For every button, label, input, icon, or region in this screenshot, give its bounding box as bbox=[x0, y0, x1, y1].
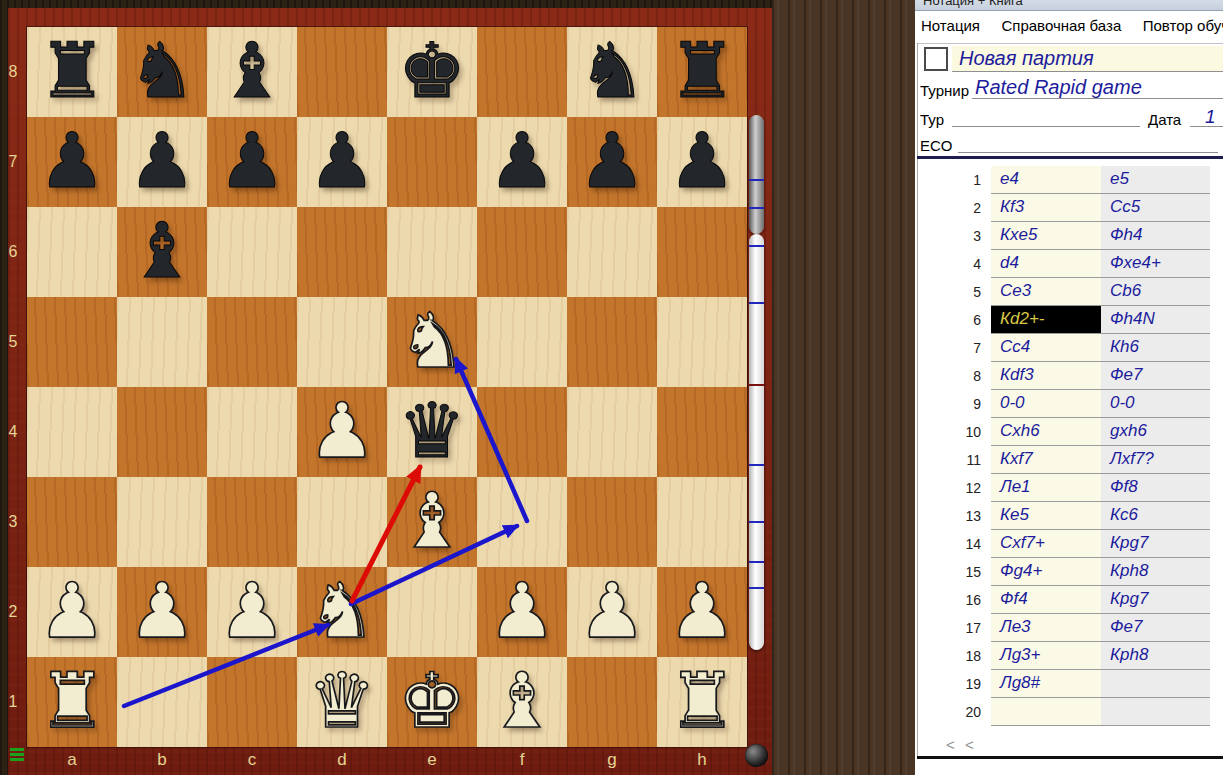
white-queen-d1[interactable]: ♛ bbox=[297, 657, 387, 747]
square-g1[interactable] bbox=[567, 657, 657, 747]
file-label-f: f bbox=[477, 748, 567, 772]
move-number: 2 bbox=[915, 194, 991, 222]
white-rook-a1[interactable]: ♜ bbox=[27, 657, 117, 747]
white-pawn-c2[interactable]: ♟ bbox=[207, 567, 297, 657]
square-f2[interactable]: ♟ bbox=[477, 567, 567, 657]
black-move-3[interactable]: Фh4 bbox=[1101, 222, 1210, 250]
square-f3[interactable] bbox=[477, 477, 567, 567]
black-pawn-b7[interactable]: ♟ bbox=[117, 117, 207, 207]
slider-tick bbox=[749, 245, 764, 247]
pane-caption[interactable]: Нотация + Книга bbox=[915, 0, 1223, 11]
square-f6[interactable] bbox=[477, 207, 567, 297]
white-move-14[interactable]: Сxf7+ bbox=[991, 530, 1101, 558]
square-b8[interactable]: ♞ bbox=[117, 27, 207, 117]
rank-label-5: 5 bbox=[0, 297, 26, 387]
round-underline[interactable] bbox=[952, 126, 1140, 127]
white-move-16[interactable]: Фf4 bbox=[991, 586, 1101, 614]
move-row-19: 19Лg8# bbox=[915, 670, 1223, 698]
move-number: 14 bbox=[915, 530, 991, 558]
header-divider bbox=[917, 156, 1223, 159]
black-move-2[interactable]: Сc5 bbox=[1101, 194, 1210, 222]
move-number: 20 bbox=[915, 698, 991, 726]
white-pawn-d4[interactable]: ♟ bbox=[297, 387, 387, 477]
white-move-7[interactable]: Сc4 bbox=[991, 334, 1101, 362]
move-row-14: 14Сxf7+Крg7 bbox=[915, 530, 1223, 558]
new-game-label: Новая партия bbox=[959, 47, 1094, 70]
black-bishop-c8[interactable]: ♝ bbox=[207, 27, 297, 117]
square-c6[interactable] bbox=[207, 207, 297, 297]
slider-tick bbox=[749, 561, 764, 563]
white-knight-d2[interactable]: ♞ bbox=[297, 567, 387, 657]
eco-label: ECO bbox=[920, 137, 953, 154]
square-g8[interactable]: ♞ bbox=[567, 27, 657, 117]
square-f7[interactable]: ♟ bbox=[477, 117, 567, 207]
square-a7[interactable]: ♟ bbox=[27, 117, 117, 207]
tab-notation[interactable]: Нотация bbox=[921, 17, 980, 34]
black-rook-a8[interactable]: ♜ bbox=[27, 27, 117, 117]
square-a5[interactable] bbox=[27, 297, 117, 387]
black-move-8[interactable]: Фe7 bbox=[1101, 362, 1210, 390]
square-d1[interactable]: ♛ bbox=[297, 657, 387, 747]
panel-bottom-divider bbox=[917, 756, 1223, 759]
slider-tick-current bbox=[749, 384, 764, 386]
white-move-15[interactable]: Фg4+ bbox=[991, 558, 1101, 586]
square-e8[interactable]: ♚ bbox=[387, 27, 477, 117]
tournament-underline bbox=[972, 98, 1223, 99]
slider-tick bbox=[749, 521, 764, 523]
black-move-19[interactable] bbox=[1101, 670, 1210, 698]
black-bishop-b6[interactable]: ♝ bbox=[117, 207, 207, 297]
black-queen-e4[interactable]: ♛ bbox=[387, 387, 477, 477]
move-row-8: 8Кdf3Фe7 bbox=[915, 362, 1223, 390]
square-d3[interactable] bbox=[297, 477, 387, 567]
white-pawn-h2[interactable]: ♟ bbox=[657, 567, 747, 657]
rank-label-6: 6 bbox=[0, 207, 26, 297]
white-move-19[interactable]: Лg8# bbox=[991, 670, 1101, 698]
file-label-b: b bbox=[117, 748, 207, 772]
chess-board[interactable]: ♜♞♝♚♞♜♟♟♟♟♟♟♟♝♞♟♛♝♟♟♟♞♟♟♟♜♛♚♝♜ bbox=[27, 27, 747, 747]
white-move-8[interactable]: Кdf3 bbox=[991, 362, 1101, 390]
square-e6[interactable] bbox=[387, 207, 477, 297]
square-e7[interactable] bbox=[387, 117, 477, 207]
move-row-9: 90-00-0 bbox=[915, 390, 1223, 418]
black-move-4[interactable]: Фxe4+ bbox=[1101, 250, 1210, 278]
square-b1[interactable] bbox=[117, 657, 207, 747]
move-number: 1 bbox=[915, 166, 991, 194]
move-number: 8 bbox=[915, 362, 991, 390]
slider-tick bbox=[749, 587, 764, 589]
move-row-11: 11Кxf7Лxf7? bbox=[915, 446, 1223, 474]
square-h7[interactable]: ♟ bbox=[657, 117, 747, 207]
board-menu-icon[interactable] bbox=[10, 748, 24, 762]
rank-label-2: 2 bbox=[0, 567, 26, 657]
move-number: 18 bbox=[915, 642, 991, 670]
tab-underline bbox=[917, 43, 1223, 44]
move-number: 13 bbox=[915, 502, 991, 530]
square-h6[interactable] bbox=[657, 207, 747, 297]
round-label: Тур bbox=[920, 111, 944, 128]
move-row-1: 1e4e5 bbox=[915, 166, 1223, 194]
white-move-6[interactable]: Кd2+- bbox=[991, 306, 1101, 334]
move-row-3: 3Кxe5Фh4 bbox=[915, 222, 1223, 250]
slider-tick bbox=[749, 464, 764, 466]
rank-label-1: 1 bbox=[0, 657, 26, 747]
square-c2[interactable]: ♟ bbox=[207, 567, 297, 657]
move-row-15: 15Фg4+Крh8 bbox=[915, 558, 1223, 586]
square-e3[interactable]: ♝ bbox=[387, 477, 477, 567]
file-label-e: e bbox=[387, 748, 477, 772]
black-move-1[interactable]: e5 bbox=[1101, 166, 1210, 194]
black-move-12[interactable]: Фf8 bbox=[1101, 474, 1210, 502]
black-move-20[interactable] bbox=[1101, 698, 1210, 726]
move-number: 19 bbox=[915, 670, 991, 698]
move-number: 12 bbox=[915, 474, 991, 502]
white-pawn-g2[interactable]: ♟ bbox=[567, 567, 657, 657]
white-move-1[interactable]: e4 bbox=[991, 166, 1101, 194]
chess-board-widget: ♜♞♝♚♞♜♟♟♟♟♟♟♟♝♞♟♛♝♟♟♟♞♟♟♟♜♛♚♝♜ 87654321 … bbox=[0, 0, 772, 775]
white-move-12[interactable]: Ле1 bbox=[991, 474, 1101, 502]
square-f5[interactable] bbox=[477, 297, 567, 387]
square-e1[interactable]: ♚ bbox=[387, 657, 477, 747]
game-slider-thumb[interactable] bbox=[749, 115, 764, 234]
black-pawn-h7[interactable]: ♟ bbox=[657, 117, 747, 207]
black-move-15[interactable]: Крh8 bbox=[1101, 558, 1210, 586]
black-move-13[interactable]: Кc6 bbox=[1101, 502, 1210, 530]
move-row-18: 18Лg3+Крh8 bbox=[915, 642, 1223, 670]
square-f4[interactable] bbox=[477, 387, 567, 477]
move-number: 3 bbox=[915, 222, 991, 250]
black-move-5[interactable]: Сb6 bbox=[1101, 278, 1210, 306]
square-c5[interactable] bbox=[207, 297, 297, 387]
move-number: 6 bbox=[915, 306, 991, 334]
black-move-10[interactable]: gxh6 bbox=[1101, 418, 1210, 446]
black-rook-h8[interactable]: ♜ bbox=[657, 27, 747, 117]
white-bishop-f1[interactable]: ♝ bbox=[477, 657, 567, 747]
move-row-7: 7Сc4Кh6 bbox=[915, 334, 1223, 362]
move-number: 7 bbox=[915, 334, 991, 362]
white-bishop-e3[interactable]: ♝ bbox=[387, 477, 477, 567]
square-e2[interactable] bbox=[387, 567, 477, 657]
square-b7[interactable]: ♟ bbox=[117, 117, 207, 207]
square-c3[interactable] bbox=[207, 477, 297, 567]
square-d2[interactable]: ♞ bbox=[297, 567, 387, 657]
square-a1[interactable]: ♜ bbox=[27, 657, 117, 747]
file-label-c: c bbox=[207, 748, 297, 772]
square-b4[interactable] bbox=[117, 387, 207, 477]
slider-tick bbox=[749, 207, 764, 209]
date-label: Дата bbox=[1148, 111, 1181, 128]
square-c8[interactable]: ♝ bbox=[207, 27, 297, 117]
black-move-14[interactable]: Крg7 bbox=[1101, 530, 1210, 558]
black-knight-g8[interactable]: ♞ bbox=[567, 27, 657, 117]
white-move-13[interactable]: Кe5 bbox=[991, 502, 1101, 530]
square-c7[interactable]: ♟ bbox=[207, 117, 297, 207]
black-pawn-f7[interactable]: ♟ bbox=[477, 117, 567, 207]
white-move-10[interactable]: Сxh6 bbox=[991, 418, 1101, 446]
square-b3[interactable] bbox=[117, 477, 207, 567]
date-underline bbox=[1190, 126, 1223, 127]
white-move-2[interactable]: Кf3 bbox=[991, 194, 1101, 222]
square-d4[interactable]: ♟ bbox=[297, 387, 387, 477]
black-move-17[interactable]: Фе7 bbox=[1101, 614, 1210, 642]
white-pawn-f2[interactable]: ♟ bbox=[477, 567, 567, 657]
square-g7[interactable]: ♟ bbox=[567, 117, 657, 207]
square-e5[interactable]: ♞ bbox=[387, 297, 477, 387]
square-e4[interactable]: ♛ bbox=[387, 387, 477, 477]
square-b2[interactable]: ♟ bbox=[117, 567, 207, 657]
file-label-d: d bbox=[297, 748, 387, 772]
square-h8[interactable]: ♜ bbox=[657, 27, 747, 117]
move-row-10: 10Сxh6gxh6 bbox=[915, 418, 1223, 446]
wood-background bbox=[772, 0, 915, 775]
file-label-g: g bbox=[567, 748, 657, 772]
move-list: 1e4e52Кf3Сc53Кxe5Фh44d4Фxe4+5Сe3Сb66Кd2+… bbox=[915, 166, 1223, 726]
rank-label-7: 7 bbox=[0, 117, 26, 207]
square-c4[interactable] bbox=[207, 387, 297, 477]
white-move-5[interactable]: Сe3 bbox=[991, 278, 1101, 306]
eco-underline[interactable] bbox=[958, 152, 1218, 153]
file-label-h: h bbox=[657, 748, 747, 772]
square-c1[interactable] bbox=[207, 657, 297, 747]
square-b6[interactable]: ♝ bbox=[117, 207, 207, 297]
square-h4[interactable] bbox=[657, 387, 747, 477]
move-number: 5 bbox=[915, 278, 991, 306]
collapse-variations[interactable]: < < bbox=[946, 736, 977, 753]
square-g4[interactable] bbox=[567, 387, 657, 477]
move-number: 15 bbox=[915, 558, 991, 586]
tournament-value[interactable]: Rated Rapid game bbox=[975, 76, 1142, 99]
square-f8[interactable] bbox=[477, 27, 567, 117]
black-move-7[interactable]: Кh6 bbox=[1101, 334, 1210, 362]
move-row-17: 17Ле3Фе7 bbox=[915, 614, 1223, 642]
white-move-18[interactable]: Лg3+ bbox=[991, 642, 1101, 670]
black-pawn-a7[interactable]: ♟ bbox=[27, 117, 117, 207]
move-row-2: 2Кf3Сc5 bbox=[915, 194, 1223, 222]
white-move-17[interactable]: Ле3 bbox=[991, 614, 1101, 642]
square-d8[interactable] bbox=[297, 27, 387, 117]
move-row-20: 20 bbox=[915, 698, 1223, 726]
tab-training-replay[interactable]: Повтор обуче bbox=[1143, 17, 1223, 34]
square-a4[interactable] bbox=[27, 387, 117, 477]
rank-label-4: 4 bbox=[0, 387, 26, 477]
square-d7[interactable]: ♟ bbox=[297, 117, 387, 207]
tab-reference-base[interactable]: Справочная база bbox=[1001, 17, 1121, 34]
tournament-label: Турнир bbox=[920, 82, 969, 99]
square-a6[interactable] bbox=[27, 207, 117, 297]
square-a8[interactable]: ♜ bbox=[27, 27, 117, 117]
black-pawn-c7[interactable]: ♟ bbox=[207, 117, 297, 207]
move-number: 17 bbox=[915, 614, 991, 642]
white-king-e1[interactable]: ♚ bbox=[387, 657, 477, 747]
white-knight-e5[interactable]: ♞ bbox=[387, 297, 477, 387]
black-knight-b8[interactable]: ♞ bbox=[117, 27, 207, 117]
white-pawn-a2[interactable]: ♟ bbox=[27, 567, 117, 657]
move-number: 10 bbox=[915, 418, 991, 446]
square-g2[interactable]: ♟ bbox=[567, 567, 657, 657]
move-number: 16 bbox=[915, 586, 991, 614]
square-h1[interactable]: ♜ bbox=[657, 657, 747, 747]
new-game-checkbox[interactable] bbox=[924, 47, 948, 71]
square-g6[interactable] bbox=[567, 207, 657, 297]
notation-panel: Нотация + Книга Нотация Справочная база … bbox=[915, 0, 1223, 775]
move-row-6: 6Кd2+-Фh4N bbox=[915, 306, 1223, 334]
move-number: 11 bbox=[915, 446, 991, 474]
white-move-11[interactable]: Кxf7 bbox=[991, 446, 1101, 474]
square-h2[interactable]: ♟ bbox=[657, 567, 747, 657]
square-a2[interactable]: ♟ bbox=[27, 567, 117, 657]
rank-label-3: 3 bbox=[0, 477, 26, 567]
black-move-16[interactable]: Крg7 bbox=[1101, 586, 1210, 614]
slider-tick bbox=[749, 302, 764, 304]
move-number: 4 bbox=[915, 250, 991, 278]
move-row-13: 13Кe5Кc6 bbox=[915, 502, 1223, 530]
move-row-12: 12Ле1Фf8 bbox=[915, 474, 1223, 502]
white-pawn-b2[interactable]: ♟ bbox=[117, 567, 207, 657]
black-king-e8[interactable]: ♚ bbox=[387, 27, 477, 117]
black-pawn-d7[interactable]: ♟ bbox=[297, 117, 387, 207]
tab-row: Нотация Справочная база Повтор обуче bbox=[921, 17, 1223, 41]
white-move-4[interactable]: d4 bbox=[991, 250, 1101, 278]
move-row-4: 4d4Фxe4+ bbox=[915, 250, 1223, 278]
move-number: 9 bbox=[915, 390, 991, 418]
move-row-5: 5Сe3Сb6 bbox=[915, 278, 1223, 306]
pane-caption-label: Нотация + Книга bbox=[923, 0, 1223, 8]
date-value[interactable]: 1 bbox=[1205, 106, 1216, 128]
file-label-a: a bbox=[27, 748, 117, 772]
square-d6[interactable] bbox=[297, 207, 387, 297]
square-f1[interactable]: ♝ bbox=[477, 657, 567, 747]
square-b5[interactable] bbox=[117, 297, 207, 387]
black-move-18[interactable]: Крh8 bbox=[1101, 642, 1210, 670]
board-corner-button[interactable] bbox=[745, 744, 768, 767]
square-g5[interactable] bbox=[567, 297, 657, 387]
white-move-3[interactable]: Кxe5 bbox=[991, 222, 1101, 250]
square-h5[interactable] bbox=[657, 297, 747, 387]
black-move-9[interactable]: 0-0 bbox=[1101, 390, 1210, 418]
white-rook-h1[interactable]: ♜ bbox=[657, 657, 747, 747]
white-move-9[interactable]: 0-0 bbox=[991, 390, 1101, 418]
white-move-20[interactable] bbox=[991, 698, 1101, 726]
square-g3[interactable] bbox=[567, 477, 657, 567]
rank-label-8: 8 bbox=[0, 27, 26, 117]
black-pawn-g7[interactable]: ♟ bbox=[567, 117, 657, 207]
square-d5[interactable] bbox=[297, 297, 387, 387]
slider-tick bbox=[749, 179, 764, 181]
square-a3[interactable] bbox=[27, 477, 117, 567]
square-h3[interactable] bbox=[657, 477, 747, 567]
black-move-6[interactable]: Фh4N bbox=[1101, 306, 1210, 334]
black-move-11[interactable]: Лxf7? bbox=[1101, 446, 1210, 474]
move-row-16: 16Фf4Крg7 bbox=[915, 586, 1223, 614]
